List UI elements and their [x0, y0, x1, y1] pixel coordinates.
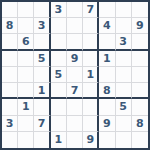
- cell-r3c1[interactable]: [2, 34, 18, 50]
- given-digit: 3: [38, 20, 46, 31]
- cell-r4c2[interactable]: [18, 51, 34, 67]
- cell-r1c3[interactable]: [34, 2, 50, 18]
- cell-r3c2[interactable]: 6: [18, 34, 34, 50]
- cell-r2c3[interactable]: 3: [34, 18, 50, 34]
- cell-r1c7[interactable]: [99, 2, 115, 18]
- cell-r1c9[interactable]: [132, 2, 148, 18]
- cell-r8c4[interactable]: [51, 116, 67, 132]
- given-digit: 8: [6, 20, 14, 31]
- cell-r2c8[interactable]: [116, 18, 132, 34]
- cell-r9c6[interactable]: 9: [83, 132, 99, 148]
- cell-r3c8[interactable]: 3: [116, 34, 132, 50]
- cell-r7c6[interactable]: [83, 99, 99, 115]
- cell-r5c4[interactable]: 5: [51, 67, 67, 83]
- cell-r6c9[interactable]: [132, 83, 148, 99]
- cell-r5c3[interactable]: [34, 67, 50, 83]
- cell-r2c2[interactable]: [18, 18, 34, 34]
- cell-r9c5[interactable]: [67, 132, 83, 148]
- cell-r6c6[interactable]: [83, 83, 99, 99]
- cell-r4c5[interactable]: 9: [67, 51, 83, 67]
- cell-r3c9[interactable]: [132, 34, 148, 50]
- cell-r6c3[interactable]: 1: [34, 83, 50, 99]
- cell-r7c2[interactable]: 1: [18, 99, 34, 115]
- cell-r7c5[interactable]: [67, 99, 83, 115]
- cell-r5c6[interactable]: 1: [83, 67, 99, 83]
- given-digit: 3: [119, 36, 127, 47]
- sudoku-board: 378349635915117815379819: [0, 0, 150, 150]
- cell-r4c7[interactable]: 1: [99, 51, 115, 67]
- cell-r9c7[interactable]: [99, 132, 115, 148]
- given-digit: 9: [103, 118, 111, 129]
- given-digit: 1: [22, 101, 30, 112]
- cell-r9c2[interactable]: [18, 132, 34, 148]
- cell-r5c9[interactable]: [132, 67, 148, 83]
- cell-r6c2[interactable]: [18, 83, 34, 99]
- cell-r7c3[interactable]: [34, 99, 50, 115]
- cell-r9c9[interactable]: [132, 132, 148, 148]
- given-digit: 7: [38, 118, 46, 129]
- cell-r2c6[interactable]: [83, 18, 99, 34]
- cell-r1c1[interactable]: [2, 2, 18, 18]
- cell-r8c2[interactable]: [18, 116, 34, 132]
- cell-r8c9[interactable]: 8: [132, 116, 148, 132]
- cell-r3c4[interactable]: [51, 34, 67, 50]
- cell-r5c5[interactable]: [67, 67, 83, 83]
- cell-r2c9[interactable]: 9: [132, 18, 148, 34]
- cell-r3c5[interactable]: [67, 34, 83, 50]
- cell-r2c7[interactable]: 4: [99, 18, 115, 34]
- cell-r4c8[interactable]: [116, 51, 132, 67]
- cell-r8c3[interactable]: 7: [34, 116, 50, 132]
- cell-r1c8[interactable]: [116, 2, 132, 18]
- cell-r6c8[interactable]: [116, 83, 132, 99]
- cell-r8c5[interactable]: [67, 116, 83, 132]
- cell-r2c5[interactable]: [67, 18, 83, 34]
- given-digit: 5: [38, 53, 46, 64]
- given-digit: 4: [103, 20, 111, 31]
- cell-r6c1[interactable]: [2, 83, 18, 99]
- cell-r9c4[interactable]: 1: [51, 132, 67, 148]
- cell-r4c4[interactable]: [51, 51, 67, 67]
- cell-r6c5[interactable]: 7: [67, 83, 83, 99]
- given-digit: 1: [54, 134, 62, 145]
- cell-r7c7[interactable]: [99, 99, 115, 115]
- given-digit: 3: [6, 118, 14, 129]
- given-digit: 9: [86, 134, 94, 145]
- given-digit: 5: [54, 69, 62, 80]
- given-digit: 1: [38, 85, 46, 96]
- given-digit: 1: [86, 69, 94, 80]
- given-digit: 8: [103, 85, 111, 96]
- cell-r3c6[interactable]: [83, 34, 99, 50]
- cell-r8c6[interactable]: [83, 116, 99, 132]
- cell-r6c4[interactable]: [51, 83, 67, 99]
- cell-r7c9[interactable]: [132, 99, 148, 115]
- cell-r4c6[interactable]: [83, 51, 99, 67]
- cell-r5c8[interactable]: [116, 67, 132, 83]
- cell-r1c4[interactable]: 3: [51, 2, 67, 18]
- given-digit: 9: [136, 20, 144, 31]
- given-digit: 9: [71, 53, 79, 64]
- cell-r5c7[interactable]: [99, 67, 115, 83]
- given-digit: 7: [71, 85, 79, 96]
- given-digit: 5: [119, 101, 127, 112]
- cell-r8c7[interactable]: 9: [99, 116, 115, 132]
- given-digit: 6: [22, 36, 30, 47]
- cell-r1c5[interactable]: [67, 2, 83, 18]
- cell-r1c2[interactable]: [18, 2, 34, 18]
- cell-r9c8[interactable]: [116, 132, 132, 148]
- cell-r1c6[interactable]: 7: [83, 2, 99, 18]
- cell-r3c3[interactable]: [34, 34, 50, 50]
- cell-r6c7[interactable]: 8: [99, 83, 115, 99]
- cell-r2c4[interactable]: [51, 18, 67, 34]
- cell-r7c8[interactable]: 5: [116, 99, 132, 115]
- cell-r9c1[interactable]: [2, 132, 18, 148]
- cell-r2c1[interactable]: 8: [2, 18, 18, 34]
- given-digit: 3: [54, 4, 62, 15]
- given-digit: 7: [86, 4, 94, 15]
- cell-r8c8[interactable]: [116, 116, 132, 132]
- cell-r4c9[interactable]: [132, 51, 148, 67]
- cell-r3c7[interactable]: [99, 34, 115, 50]
- cell-r4c3[interactable]: 5: [34, 51, 50, 67]
- cell-r5c2[interactable]: [18, 67, 34, 83]
- cell-r5c1[interactable]: [2, 67, 18, 83]
- given-digit: 1: [103, 53, 111, 64]
- cell-r8c1[interactable]: 3: [2, 116, 18, 132]
- cell-r4c1[interactable]: [2, 51, 18, 67]
- cell-r9c3[interactable]: [34, 132, 50, 148]
- cell-r7c1[interactable]: [2, 99, 18, 115]
- cell-r7c4[interactable]: [51, 99, 67, 115]
- given-digit: 8: [136, 118, 144, 129]
